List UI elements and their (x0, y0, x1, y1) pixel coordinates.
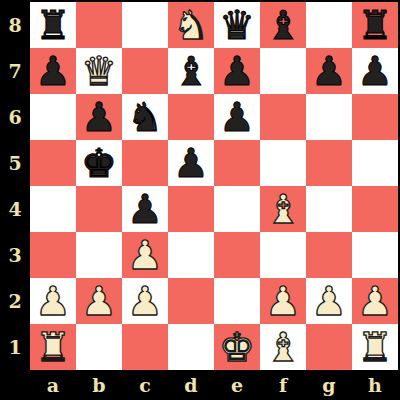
chess-board: ♜♞♛♝♜♟♛♝♟♟♟♟♞♟♚♟♟♝♟♟♟♟♟♟♟♜♚♝♜ (30, 2, 398, 370)
square-h1[interactable]: ♜ (352, 324, 398, 370)
square-c6[interactable]: ♞ (122, 94, 168, 140)
rank-labels: 8 7 6 5 4 3 2 1 (0, 2, 30, 370)
square-b7[interactable]: ♛ (76, 48, 122, 94)
square-c7[interactable] (122, 48, 168, 94)
square-a5[interactable] (30, 140, 76, 186)
square-d5[interactable]: ♟ (168, 140, 214, 186)
white-pawn[interactable]: ♟ (81, 281, 117, 321)
square-g2[interactable]: ♟ (306, 278, 352, 324)
rank-label-1: 1 (0, 324, 30, 370)
square-h4[interactable] (352, 186, 398, 232)
square-f7[interactable] (260, 48, 306, 94)
square-b4[interactable] (76, 186, 122, 232)
square-c1[interactable] (122, 324, 168, 370)
black-rook[interactable]: ♜ (35, 5, 71, 45)
square-h7[interactable]: ♟ (352, 48, 398, 94)
white-knight[interactable]: ♞ (173, 5, 209, 45)
file-label-e: e (214, 370, 260, 400)
file-label-d: d (168, 370, 214, 400)
square-c5[interactable] (122, 140, 168, 186)
white-pawn[interactable]: ♟ (127, 235, 163, 275)
white-rook[interactable]: ♜ (357, 327, 393, 367)
square-a4[interactable] (30, 186, 76, 232)
file-label-a: a (30, 370, 76, 400)
white-pawn[interactable]: ♟ (127, 281, 163, 321)
black-pawn[interactable]: ♟ (127, 189, 163, 229)
square-e7[interactable]: ♟ (214, 48, 260, 94)
square-e4[interactable] (214, 186, 260, 232)
square-g3[interactable] (306, 232, 352, 278)
white-rook[interactable]: ♜ (35, 327, 71, 367)
black-queen[interactable]: ♛ (219, 5, 255, 45)
square-e3[interactable] (214, 232, 260, 278)
square-d7[interactable]: ♝ (168, 48, 214, 94)
file-labels: a b c d e f g h (30, 370, 398, 400)
rank-label-3: 3 (0, 232, 30, 278)
file-label-b: b (76, 370, 122, 400)
square-c8[interactable] (122, 2, 168, 48)
square-b1[interactable] (76, 324, 122, 370)
white-queen[interactable]: ♛ (81, 51, 117, 91)
square-f6[interactable] (260, 94, 306, 140)
square-g5[interactable] (306, 140, 352, 186)
square-h5[interactable] (352, 140, 398, 186)
square-b5[interactable]: ♚ (76, 140, 122, 186)
square-h8[interactable]: ♜ (352, 2, 398, 48)
file-label-h: h (352, 370, 398, 400)
square-e2[interactable] (214, 278, 260, 324)
black-pawn[interactable]: ♟ (35, 51, 71, 91)
white-pawn[interactable]: ♟ (35, 281, 71, 321)
square-d2[interactable] (168, 278, 214, 324)
white-bishop[interactable]: ♝ (265, 189, 301, 229)
square-h6[interactable] (352, 94, 398, 140)
square-f8[interactable]: ♝ (260, 2, 306, 48)
square-a2[interactable]: ♟ (30, 278, 76, 324)
white-pawn[interactable]: ♟ (357, 281, 393, 321)
black-knight[interactable]: ♞ (127, 97, 163, 137)
square-d6[interactable] (168, 94, 214, 140)
square-h2[interactable]: ♟ (352, 278, 398, 324)
rank-label-6: 6 (0, 94, 30, 140)
square-f1[interactable]: ♝ (260, 324, 306, 370)
square-g6[interactable] (306, 94, 352, 140)
square-a1[interactable]: ♜ (30, 324, 76, 370)
square-e8[interactable]: ♛ (214, 2, 260, 48)
board-frame: 8 7 6 5 4 3 2 1 ♜♞♛♝♜♟♛♝♟♟♟♟♞♟♚♟♟♝♟♟♟♟♟♟… (0, 0, 400, 400)
rank-label-4: 4 (0, 186, 30, 232)
black-pawn[interactable]: ♟ (81, 97, 117, 137)
white-pawn[interactable]: ♟ (265, 281, 301, 321)
square-g1[interactable] (306, 324, 352, 370)
black-pawn[interactable]: ♟ (219, 97, 255, 137)
square-e1[interactable]: ♚ (214, 324, 260, 370)
square-a8[interactable]: ♜ (30, 2, 76, 48)
black-rook[interactable]: ♜ (357, 5, 393, 45)
square-e6[interactable]: ♟ (214, 94, 260, 140)
square-f4[interactable]: ♝ (260, 186, 306, 232)
file-label-f: f (260, 370, 306, 400)
file-label-c: c (122, 370, 168, 400)
square-d4[interactable] (168, 186, 214, 232)
black-bishop[interactable]: ♝ (173, 51, 209, 91)
rank-label-8: 8 (0, 2, 30, 48)
rank-label-2: 2 (0, 278, 30, 324)
square-c2[interactable]: ♟ (122, 278, 168, 324)
square-b6[interactable]: ♟ (76, 94, 122, 140)
square-d8[interactable]: ♞ (168, 2, 214, 48)
white-bishop[interactable]: ♝ (265, 327, 301, 367)
square-g8[interactable] (306, 2, 352, 48)
square-f2[interactable]: ♟ (260, 278, 306, 324)
black-king[interactable]: ♚ (81, 143, 117, 183)
black-bishop[interactable]: ♝ (265, 5, 301, 45)
square-b3[interactable] (76, 232, 122, 278)
square-a6[interactable] (30, 94, 76, 140)
square-b2[interactable]: ♟ (76, 278, 122, 324)
white-king[interactable]: ♚ (219, 327, 255, 367)
square-d3[interactable] (168, 232, 214, 278)
rank-label-7: 7 (0, 48, 30, 94)
square-a3[interactable] (30, 232, 76, 278)
file-label-g: g (306, 370, 352, 400)
square-a7[interactable]: ♟ (30, 48, 76, 94)
square-d1[interactable] (168, 324, 214, 370)
white-pawn[interactable]: ♟ (311, 281, 347, 321)
square-f5[interactable] (260, 140, 306, 186)
black-pawn[interactable]: ♟ (219, 51, 255, 91)
square-e5[interactable] (214, 140, 260, 186)
black-pawn[interactable]: ♟ (357, 51, 393, 91)
square-g7[interactable]: ♟ (306, 48, 352, 94)
black-pawn[interactable]: ♟ (173, 143, 209, 183)
square-b8[interactable] (76, 2, 122, 48)
square-c4[interactable]: ♟ (122, 186, 168, 232)
square-h3[interactable] (352, 232, 398, 278)
square-c3[interactable]: ♟ (122, 232, 168, 278)
black-pawn[interactable]: ♟ (311, 51, 347, 91)
rank-label-5: 5 (0, 140, 30, 186)
square-f3[interactable] (260, 232, 306, 278)
square-g4[interactable] (306, 186, 352, 232)
